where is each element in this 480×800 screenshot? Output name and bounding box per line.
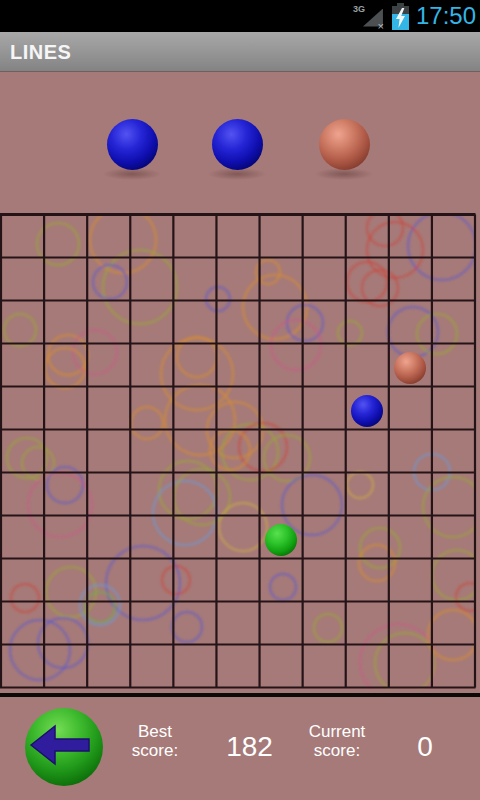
decor-circle [103, 250, 177, 324]
decor-circle [131, 407, 163, 439]
decor-circles [4, 213, 480, 691]
status-clock: 17:50 [416, 0, 476, 32]
decor-circle [106, 546, 180, 620]
title-bar: LINES [0, 32, 480, 72]
no-signal-x-icon: × [378, 21, 384, 32]
decor-circle [11, 584, 39, 612]
decor-circle [270, 574, 296, 600]
app-screen: 3G × 17:50 LINES [0, 0, 480, 800]
preview-ball-3-red [319, 119, 370, 170]
decor-circle [38, 618, 88, 668]
preview-ball-1-blue [107, 119, 158, 170]
decor-circle [162, 566, 190, 594]
decor-circle [367, 222, 423, 278]
back-button[interactable] [25, 708, 103, 786]
decor-circle [347, 262, 387, 302]
network-type-label: 3G [353, 4, 365, 14]
best-score-label: Best score: [110, 722, 200, 760]
decor-circle [408, 213, 476, 280]
decor-circle [271, 320, 321, 370]
current-score-label: Current score: [292, 722, 382, 760]
decor-circle [375, 633, 435, 691]
game-board[interactable] [0, 213, 480, 691]
lightning-bolt-icon [395, 8, 406, 28]
best-score-value: 182 [207, 731, 292, 763]
battery-charging-icon [392, 3, 409, 30]
decor-circle [4, 314, 36, 346]
current-score-value: 0 [385, 731, 465, 763]
board-ball-green[interactable] [265, 524, 297, 556]
back-arrow-icon [25, 708, 103, 786]
app-title: LINES [10, 41, 71, 64]
decor-circle [73, 330, 117, 374]
board-footer-divider [0, 693, 480, 697]
decor-circle [46, 567, 96, 617]
decor-circle [172, 612, 202, 642]
status-bar: 3G × 17:50 [0, 0, 480, 32]
decor-circle [90, 213, 156, 273]
decor-circle [282, 475, 342, 535]
signal-3g-icon: 3G × [353, 4, 385, 29]
decor-circle [206, 287, 230, 311]
decor-circle [28, 473, 92, 537]
decor-circle [347, 472, 373, 498]
decor-circle [367, 213, 403, 246]
decor-circle [314, 614, 342, 642]
preview-ball-2-blue [212, 119, 263, 170]
decor-circle [428, 610, 478, 660]
decor-circle [338, 321, 362, 345]
